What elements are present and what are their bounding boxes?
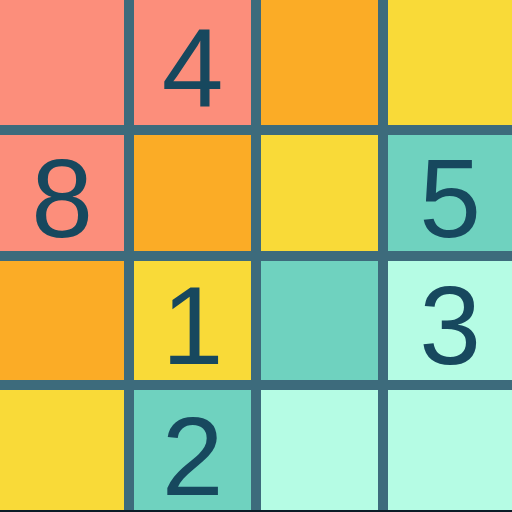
- cell-digit: 1: [162, 271, 224, 382]
- cell-r1c4[interactable]: [388, 0, 512, 125]
- cell-digit: 3: [419, 271, 481, 382]
- cell-r4c2[interactable]: 2: [134, 390, 251, 512]
- cell-r1c2[interactable]: 4: [134, 0, 251, 125]
- cell-r3c3[interactable]: [261, 261, 378, 380]
- cell-r1c3[interactable]: [261, 0, 378, 125]
- cell-r3c4[interactable]: 3: [388, 261, 512, 380]
- cell-digit: 2: [162, 401, 224, 512]
- sudoku-app-view: 485132: [0, 0, 512, 512]
- cell-r2c4[interactable]: 5: [388, 135, 512, 251]
- cell-r1c1[interactable]: [0, 0, 124, 125]
- cell-digit: 5: [419, 143, 481, 254]
- cell-r3c1[interactable]: [0, 261, 124, 380]
- cell-r2c3[interactable]: [261, 135, 378, 251]
- cell-r2c1[interactable]: 8: [0, 135, 124, 251]
- cell-digit: 4: [162, 13, 224, 124]
- cell-r2c2[interactable]: [134, 135, 251, 251]
- cell-r4c3[interactable]: [261, 390, 378, 512]
- cell-r3c2[interactable]: 1: [134, 261, 251, 380]
- sudoku-board: 485132: [0, 0, 512, 512]
- cell-r4c1[interactable]: [0, 390, 124, 512]
- cell-r4c4[interactable]: [388, 390, 512, 512]
- cell-digit: 8: [31, 143, 93, 254]
